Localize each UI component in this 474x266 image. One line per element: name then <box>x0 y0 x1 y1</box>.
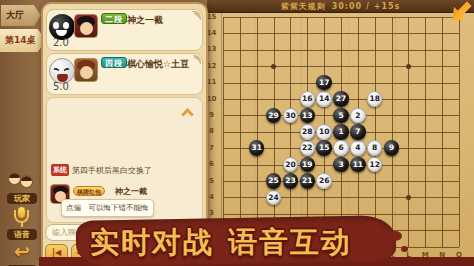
stone-G10: 14 <box>316 91 332 107</box>
card-curl-decoration <box>192 11 201 20</box>
star-point <box>406 195 411 200</box>
sidebar-players-button[interactable]: 玩家 <box>4 168 40 204</box>
stone-D5: 25 <box>266 173 282 189</box>
grid-line-vertical <box>442 17 443 247</box>
chat-message-bubble: 点偏 可以悔下错不能悔 <box>61 199 154 217</box>
stone-G5: 26 <box>316 173 332 189</box>
stone-J6: 12 <box>367 157 383 173</box>
stone-H9: 5 <box>333 108 349 124</box>
chat-panel: 系统 第四手棋后黑白交换了 棋牌红包 神之一截 点偏 可以悔下错不能悔 <box>46 97 203 223</box>
grid-line-horizontal <box>223 214 459 215</box>
paint-splatter <box>388 231 402 241</box>
system-message-row: 系统 第四手棋后黑白交换了 <box>51 164 152 176</box>
stone-I9: 2 <box>350 108 366 124</box>
player-score-white: 5.0 <box>53 81 69 92</box>
stone-G11: 17 <box>316 75 332 91</box>
rank-badge-white: 四段 <box>101 57 127 68</box>
tab-table-14[interactable]: 第14桌 <box>0 29 46 52</box>
card-curl-decoration <box>192 55 201 64</box>
player-name-white: 棋心愉悦☆土豆 <box>127 58 189 71</box>
stone-F7: 22 <box>300 140 316 156</box>
promo-banner-text: 实时对战语音互动 <box>90 223 352 263</box>
paint-splatter <box>369 221 378 227</box>
stone-I8: 7 <box>350 124 366 140</box>
stone-H8: 1 <box>333 124 349 140</box>
stone-K7: 9 <box>384 140 400 156</box>
microphone-icon <box>4 204 40 228</box>
stone-C7: 31 <box>249 140 265 156</box>
grid-line-vertical <box>459 17 460 247</box>
grid-line-vertical <box>408 17 409 247</box>
star-point <box>271 64 276 69</box>
grid-line-vertical <box>375 17 376 247</box>
stone-F10: 16 <box>300 91 316 107</box>
system-badge: 系统 <box>51 164 69 176</box>
players-icon <box>4 168 40 192</box>
app-screen: 紫紫天规则 30:00 / +15s 15A14B13C12D11E10F9G8… <box>0 0 474 266</box>
stone-I6: 11 <box>350 157 366 173</box>
rank-badge-black: 二段 <box>101 13 127 24</box>
grid-line-horizontal <box>223 181 459 182</box>
chat-sender-name: 神之一截 <box>115 186 147 197</box>
avatar-player-white[interactable] <box>74 58 98 82</box>
system-message-text: 第四手棋后黑白交换了 <box>72 165 152 176</box>
tab-table-label: 第14桌 <box>5 34 36 47</box>
avatar-player-black[interactable] <box>74 14 98 38</box>
stone-F5: 21 <box>300 173 316 189</box>
tab-lobby[interactable]: 大厅 <box>1 5 41 26</box>
voice-button-label: 语音 <box>7 229 37 240</box>
stone-F9: 13 <box>300 108 316 124</box>
player-card-white: 四段 棋心愉悦☆土豆 5.0 <box>46 53 203 95</box>
stone-F6: 19 <box>300 157 316 173</box>
paint-splatter <box>401 246 408 252</box>
stone-D9: 29 <box>266 108 282 124</box>
stone-E5: 23 <box>283 173 299 189</box>
stone-H10: 27 <box>333 91 349 107</box>
stone-G7: 15 <box>316 140 332 156</box>
stone-F8: 28 <box>300 124 316 140</box>
player-card-black: 二段 神之一截 2.0 <box>46 9 203 51</box>
sidebar-voice-button[interactable]: 语音 <box>4 204 40 240</box>
back-arrow-icon: ↩ <box>4 240 40 264</box>
players-button-label: 玩家 <box>7 193 37 204</box>
star-point <box>406 64 411 69</box>
grid-line-horizontal <box>223 197 459 198</box>
player-score-black: 2.0 <box>53 37 69 48</box>
grid-line-vertical <box>425 17 426 247</box>
stone-G8: 10 <box>316 124 332 140</box>
stone-H6: 3 <box>333 157 349 173</box>
chevron-up-icon[interactable] <box>181 108 194 121</box>
stone-D4: 24 <box>266 190 282 206</box>
sidebar-leave-button[interactable]: ↩ 离开 <box>4 240 40 266</box>
stone-I7: 4 <box>350 140 366 156</box>
promo-text-left: 实时对战 <box>90 225 214 259</box>
chat-sender-badge: 棋牌红包 <box>73 186 105 196</box>
player-name-black: 神之一截 <box>127 14 163 27</box>
stone-J10: 18 <box>367 91 383 107</box>
stone-E6: 20 <box>283 157 299 173</box>
stone-E9: 30 <box>283 108 299 124</box>
tab-lobby-label: 大厅 <box>6 9 24 22</box>
stone-H7: 6 <box>333 140 349 156</box>
grid-line-vertical <box>392 17 393 247</box>
promo-text-right: 语音互动 <box>228 225 352 259</box>
stone-J7: 8 <box>367 140 383 156</box>
